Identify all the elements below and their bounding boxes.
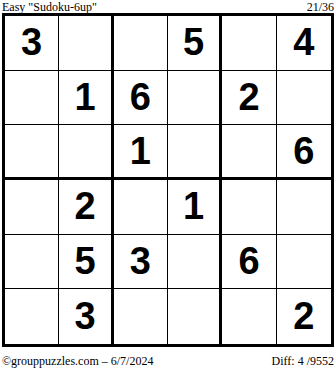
sudoku-cell-r2c1[interactable] [5, 71, 59, 126]
sudoku-cell-r1c4: 5 [168, 16, 222, 71]
sudoku-cell-r2c5: 2 [222, 71, 276, 126]
sudoku-cell-r5c6[interactable] [277, 235, 331, 290]
sudoku-cell-r3c3: 1 [114, 125, 168, 180]
sudoku-cell-r4c2: 2 [59, 180, 113, 235]
sudoku-cell-r2c6[interactable] [277, 71, 331, 126]
page-footer: ©grouppuzzles.com – 6/7/2024 Diff: 4 /95… [0, 347, 336, 370]
page-header: Easy "Sudoku-6up" 21/36 [0, 0, 336, 13]
sudoku-cell-r6c1[interactable] [5, 289, 59, 344]
puzzle-title: Easy "Sudoku-6up" [2, 1, 97, 13]
sudoku-cell-r6c6: 2 [277, 289, 331, 344]
sudoku-cell-r3c4[interactable] [168, 125, 222, 180]
sudoku-cell-r1c1: 3 [5, 16, 59, 71]
sudoku-cell-r4c3[interactable] [114, 180, 168, 235]
sudoku-cell-r1c2[interactable] [59, 16, 113, 71]
sudoku-cell-r6c4[interactable] [168, 289, 222, 344]
sudoku-cell-r6c5[interactable] [222, 289, 276, 344]
puzzle-counter: 21/36 [307, 1, 334, 13]
sudoku-cell-r5c5: 6 [222, 235, 276, 290]
sudoku-board: 354162162153632 [2, 13, 334, 347]
sudoku-page: Easy "Sudoku-6up" 21/36 354162162153632 … [0, 0, 336, 370]
sudoku-cell-r1c6: 4 [277, 16, 331, 71]
sudoku-cell-r5c4[interactable] [168, 235, 222, 290]
sudoku-cell-r5c1[interactable] [5, 235, 59, 290]
sudoku-cell-r5c2: 5 [59, 235, 113, 290]
sudoku-cell-r2c2: 1 [59, 71, 113, 126]
sudoku-cell-r3c5[interactable] [222, 125, 276, 180]
copyright-credit: ©grouppuzzles.com – 6/7/2024 [2, 354, 153, 368]
sudoku-cell-r3c2[interactable] [59, 125, 113, 180]
sudoku-cell-r5c3: 3 [114, 235, 168, 290]
sudoku-cell-r6c2: 3 [59, 289, 113, 344]
sudoku-cell-r2c3: 6 [114, 71, 168, 126]
sudoku-cell-r1c3[interactable] [114, 16, 168, 71]
sudoku-cell-r4c6[interactable] [277, 180, 331, 235]
sudoku-cell-r4c4: 1 [168, 180, 222, 235]
sudoku-cell-r6c3[interactable] [114, 289, 168, 344]
sudoku-cell-r3c1[interactable] [5, 125, 59, 180]
sudoku-cell-r4c5[interactable] [222, 180, 276, 235]
sudoku-cell-r2c4[interactable] [168, 71, 222, 126]
sudoku-cell-r1c5[interactable] [222, 16, 276, 71]
sudoku-cell-r4c1[interactable] [5, 180, 59, 235]
difficulty-rating: Diff: 4 /9552 [272, 354, 334, 368]
sudoku-cell-r3c6: 6 [277, 125, 331, 180]
